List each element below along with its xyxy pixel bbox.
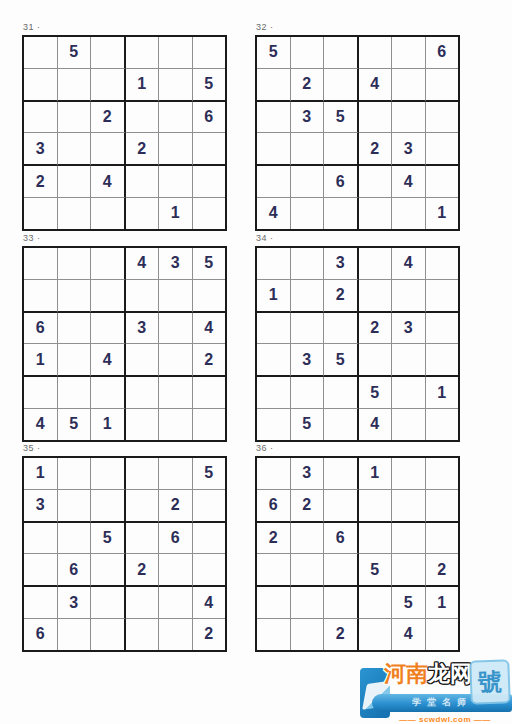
sudoku-cell-given[interactable]: 5: [392, 587, 426, 619]
sudoku-cell-empty[interactable]: [291, 166, 325, 198]
sudoku-cell-given[interactable]: 5: [324, 344, 359, 377]
sudoku-cell-given[interactable]: 3: [324, 248, 359, 280]
sudoku-cell-empty[interactable]: [193, 554, 226, 587]
sudoku-cell-empty[interactable]: [24, 280, 58, 313]
sudoku-cell-given[interactable]: 1: [426, 198, 459, 229]
sudoku-cell-empty[interactable]: [159, 166, 193, 198]
sudoku-cell-given[interactable]: 5: [324, 102, 359, 134]
sudoku-cell-empty[interactable]: [159, 587, 193, 619]
sudoku-cell-empty[interactable]: [426, 280, 459, 313]
sudoku-cell-empty[interactable]: [159, 133, 193, 166]
sudoku-cell-empty[interactable]: [91, 313, 126, 345]
sudoku-cell-empty[interactable]: [91, 69, 126, 102]
sudoku-cell-empty[interactable]: [24, 554, 58, 587]
watermark: 学堂名师 河南龙网 號 —— scwdwl.com ——: [360, 656, 512, 724]
sudoku-cell-empty[interactable]: [257, 587, 291, 619]
sudoku-cell-empty[interactable]: [126, 37, 160, 69]
sudoku-cell-empty[interactable]: [426, 409, 459, 440]
puzzle-36: 36 · 316226525124: [255, 442, 460, 652]
sudoku-cell-empty[interactable]: [193, 166, 226, 198]
sudoku-cell-given[interactable]: 3: [291, 458, 325, 490]
puzzle-label: 35 ·: [23, 442, 227, 454]
sudoku-cell-empty[interactable]: [193, 198, 226, 229]
sudoku-cell-given[interactable]: 2: [193, 619, 226, 650]
puzzle-label: 33 ·: [23, 232, 227, 244]
sudoku-cell-empty[interactable]: [257, 166, 291, 198]
sudoku-cell-empty[interactable]: [291, 377, 325, 409]
sudoku-cell-given[interactable]: 2: [324, 280, 359, 313]
sudoku-cell-empty[interactable]: [291, 37, 325, 69]
puzzle-34: 34 · 341223355154: [255, 232, 460, 442]
sudoku-cell-empty[interactable]: [91, 133, 126, 166]
sudoku-cell-empty[interactable]: [193, 37, 226, 69]
sudoku-cell-empty[interactable]: [126, 377, 160, 409]
sudoku-cell-empty[interactable]: [392, 102, 426, 134]
sudoku-cell-empty[interactable]: [24, 377, 58, 409]
sudoku-cell-empty[interactable]: [392, 377, 426, 409]
sudoku-cell-empty[interactable]: [426, 69, 459, 102]
sudoku-cell-empty[interactable]: [359, 280, 393, 313]
sudoku-cell-empty[interactable]: [257, 619, 291, 650]
puzzle-32: 32 · 562435236441: [255, 21, 460, 231]
sudoku-cell-empty[interactable]: [24, 37, 58, 69]
sudoku-cell-given[interactable]: 5: [193, 248, 226, 280]
sudoku-cell-empty[interactable]: [324, 313, 359, 345]
sudoku-cell-empty[interactable]: [324, 458, 359, 490]
sudoku-cell-empty[interactable]: [324, 69, 359, 102]
sudoku-cell-empty[interactable]: [91, 198, 126, 229]
sudoku-cell-given[interactable]: 6: [24, 313, 58, 345]
sudoku-cell-given[interactable]: 2: [193, 344, 226, 377]
sudoku-cell-empty[interactable]: [126, 344, 160, 377]
watermark-tagline: 学堂名师: [412, 696, 472, 709]
sudoku-cell-given[interactable]: 1: [159, 198, 193, 229]
sudoku-cell-given[interactable]: 4: [392, 166, 426, 198]
sudoku-cell-given[interactable]: 2: [24, 166, 58, 198]
watermark-site-name: 河南龙网: [384, 661, 472, 687]
sudoku-cell-empty[interactable]: [58, 166, 92, 198]
sudoku-cell-given[interactable]: 2: [257, 523, 291, 555]
sudoku-cell-given[interactable]: 2: [291, 69, 325, 102]
sudoku-cell-given[interactable]: 2: [126, 133, 160, 166]
sudoku-cell-empty[interactable]: [24, 198, 58, 229]
sudoku-cell-given[interactable]: 6: [426, 37, 459, 69]
sudoku-cell-empty[interactable]: [193, 280, 226, 313]
sudoku-cell-empty[interactable]: [58, 280, 92, 313]
sudoku-grid-33: 435634142451: [22, 246, 227, 442]
sudoku-cell-empty[interactable]: [58, 523, 92, 555]
sudoku-cell-empty[interactable]: [24, 587, 58, 619]
sudoku-grid-34: 341223355154: [255, 246, 460, 442]
sudoku-cell-given[interactable]: 2: [324, 619, 359, 650]
sudoku-cell-empty[interactable]: [126, 409, 160, 440]
sudoku-cell-empty[interactable]: [159, 37, 193, 69]
sudoku-cell-empty[interactable]: [58, 248, 92, 280]
sudoku-cell-empty[interactable]: [24, 102, 58, 134]
sudoku-cell-given[interactable]: 4: [126, 248, 160, 280]
sudoku-cell-empty[interactable]: [159, 313, 193, 345]
sudoku-cell-empty[interactable]: [126, 102, 160, 134]
watermark-site-name-part1: 河南: [384, 661, 428, 686]
sudoku-cell-empty[interactable]: [126, 280, 160, 313]
sudoku-cell-given[interactable]: 3: [291, 344, 325, 377]
sudoku-cell-empty[interactable]: [257, 133, 291, 166]
sudoku-cell-given[interactable]: 2: [359, 313, 393, 345]
sudoku-cell-given[interactable]: 6: [58, 554, 92, 587]
sudoku-cell-empty[interactable]: [291, 248, 325, 280]
sudoku-cell-empty[interactable]: [359, 198, 393, 229]
sudoku-cell-empty[interactable]: [159, 409, 193, 440]
sudoku-cell-given[interactable]: 4: [24, 409, 58, 440]
puzzle-label: 34 ·: [256, 232, 460, 244]
sudoku-cell-empty[interactable]: [324, 587, 359, 619]
watermark-seal-icon: 號: [469, 659, 511, 704]
sudoku-cell-empty[interactable]: [58, 490, 92, 523]
sudoku-cell-given[interactable]: 1: [126, 69, 160, 102]
sudoku-cell-empty[interactable]: [91, 280, 126, 313]
sudoku-cell-given[interactable]: 6: [324, 523, 359, 555]
sudoku-cell-empty[interactable]: [359, 248, 393, 280]
sudoku-cell-empty[interactable]: [359, 619, 393, 650]
puzzle-33: 33 · 435634142451: [22, 232, 227, 442]
sudoku-cell-given[interactable]: 2: [91, 102, 126, 134]
sudoku-cell-empty[interactable]: [257, 409, 291, 440]
sudoku-cell-given[interactable]: 4: [257, 198, 291, 229]
sudoku-cell-empty[interactable]: [91, 587, 126, 619]
sudoku-cell-given[interactable]: 5: [193, 458, 226, 490]
sudoku-cell-given[interactable]: 5: [58, 37, 92, 69]
sudoku-cell-empty[interactable]: [91, 554, 126, 587]
sudoku-cell-empty[interactable]: [392, 523, 426, 555]
sudoku-cell-empty[interactable]: [426, 133, 459, 166]
sudoku-grid-31: 5152632241: [22, 35, 227, 231]
sudoku-cell-empty[interactable]: [257, 377, 291, 409]
sudoku-cell-given[interactable]: 5: [359, 554, 393, 587]
sudoku-cell-given[interactable]: 5: [291, 409, 325, 440]
sudoku-cell-empty[interactable]: [159, 619, 193, 650]
sudoku-cell-empty[interactable]: [392, 458, 426, 490]
puzzle-35: 35 · 153256623462: [22, 442, 227, 652]
sudoku-cell-given[interactable]: 3: [392, 313, 426, 345]
sudoku-cell-empty[interactable]: [159, 280, 193, 313]
sudoku-cell-given[interactable]: 5: [359, 377, 393, 409]
sudoku-cell-empty[interactable]: [324, 377, 359, 409]
sudoku-cell-empty[interactable]: [24, 69, 58, 102]
watermark-site-name-part2: 龙网: [428, 661, 472, 686]
sudoku-cell-empty[interactable]: [257, 102, 291, 134]
sudoku-cell-empty[interactable]: [392, 280, 426, 313]
sudoku-cell-given[interactable]: 6: [24, 619, 58, 650]
sudoku-cell-given[interactable]: 4: [392, 619, 426, 650]
sudoku-cell-empty[interactable]: [359, 344, 393, 377]
sudoku-grid-36: 316226525124: [255, 456, 460, 652]
sudoku-cell-empty[interactable]: [426, 619, 459, 650]
sudoku-cell-empty[interactable]: [159, 458, 193, 490]
sudoku-cell-empty[interactable]: [58, 69, 92, 102]
sudoku-cell-given[interactable]: 1: [257, 280, 291, 313]
sudoku-cell-empty[interactable]: [91, 458, 126, 490]
sudoku-cell-given[interactable]: 6: [193, 102, 226, 134]
sudoku-cell-empty[interactable]: [126, 523, 160, 555]
sudoku-cell-empty[interactable]: [126, 587, 160, 619]
sudoku-cell-empty[interactable]: [159, 69, 193, 102]
sudoku-cell-empty[interactable]: [359, 587, 393, 619]
sudoku-cell-empty[interactable]: [58, 102, 92, 134]
sudoku-cell-given[interactable]: 3: [58, 587, 92, 619]
sudoku-cell-empty[interactable]: [58, 133, 92, 166]
sudoku-cell-given[interactable]: 6: [257, 490, 291, 523]
sudoku-cell-empty[interactable]: [291, 133, 325, 166]
sudoku-cell-empty[interactable]: [324, 133, 359, 166]
sudoku-cell-empty[interactable]: [291, 523, 325, 555]
sudoku-cell-empty[interactable]: [291, 313, 325, 345]
sudoku-cell-empty[interactable]: [426, 458, 459, 490]
sudoku-cell-empty[interactable]: [58, 458, 92, 490]
sudoku-cell-given[interactable]: 5: [91, 523, 126, 555]
sudoku-cell-given[interactable]: 4: [193, 313, 226, 345]
sudoku-cell-given[interactable]: 1: [24, 458, 58, 490]
sudoku-cell-empty[interactable]: [91, 490, 126, 523]
sudoku-cell-empty[interactable]: [426, 523, 459, 555]
sudoku-cell-given[interactable]: 1: [426, 587, 459, 619]
sudoku-cell-empty[interactable]: [359, 490, 393, 523]
sudoku-cell-empty[interactable]: [324, 409, 359, 440]
sudoku-cell-empty[interactable]: [359, 37, 393, 69]
sudoku-cell-given[interactable]: 4: [193, 587, 226, 619]
sudoku-cell-empty[interactable]: [126, 490, 160, 523]
sudoku-grid-35: 153256623462: [22, 456, 227, 652]
sudoku-cell-given[interactable]: 2: [159, 490, 193, 523]
sudoku-cell-empty[interactable]: [24, 248, 58, 280]
sudoku-cell-empty[interactable]: [324, 554, 359, 587]
sudoku-cell-given[interactable]: 1: [24, 344, 58, 377]
sudoku-cell-empty[interactable]: [193, 133, 226, 166]
sudoku-cell-empty[interactable]: [426, 248, 459, 280]
sudoku-cell-given[interactable]: 3: [392, 133, 426, 166]
sudoku-cell-empty[interactable]: [91, 248, 126, 280]
sudoku-cell-given[interactable]: 6: [159, 523, 193, 555]
sudoku-cell-empty[interactable]: [193, 409, 226, 440]
sudoku-cell-given[interactable]: 3: [24, 490, 58, 523]
sudoku-cell-empty[interactable]: [257, 554, 291, 587]
sudoku-cell-empty[interactable]: [126, 619, 160, 650]
puzzle-label: 36 ·: [256, 442, 460, 454]
puzzle-label: 31 ·: [23, 21, 227, 33]
sudoku-cell-given[interactable]: 2: [359, 133, 393, 166]
puzzle-31: 31 · 5152632241: [22, 21, 227, 231]
sudoku-cell-empty[interactable]: [58, 344, 92, 377]
sudoku-cell-given[interactable]: 3: [126, 313, 160, 345]
sudoku-cell-empty[interactable]: [426, 490, 459, 523]
sudoku-cell-empty[interactable]: [257, 344, 291, 377]
sudoku-cell-given[interactable]: 4: [359, 409, 393, 440]
sudoku-cell-empty[interactable]: [58, 198, 92, 229]
sudoku-cell-empty[interactable]: [291, 280, 325, 313]
sudoku-cell-empty[interactable]: [426, 344, 459, 377]
puzzle-label: 32 ·: [256, 21, 460, 33]
sudoku-cell-given[interactable]: 5: [193, 69, 226, 102]
sudoku-cell-empty[interactable]: [193, 490, 226, 523]
sudoku-cell-empty[interactable]: [392, 37, 426, 69]
sudoku-cell-empty[interactable]: [126, 458, 160, 490]
sudoku-cell-empty[interactable]: [359, 102, 393, 134]
sudoku-cell-given[interactable]: 2: [426, 554, 459, 587]
sudoku-cell-empty[interactable]: [426, 313, 459, 345]
sudoku-cell-given[interactable]: 4: [359, 69, 393, 102]
sudoku-cell-empty[interactable]: [257, 313, 291, 345]
sudoku-cell-empty[interactable]: [392, 344, 426, 377]
sudoku-cell-empty[interactable]: [193, 523, 226, 555]
sudoku-cell-empty[interactable]: [58, 377, 92, 409]
sudoku-cell-empty[interactable]: [392, 554, 426, 587]
sudoku-cell-given[interactable]: 2: [291, 490, 325, 523]
sudoku-cell-empty[interactable]: [291, 587, 325, 619]
sudoku-cell-given[interactable]: 1: [91, 409, 126, 440]
sudoku-cell-empty[interactable]: [91, 619, 126, 650]
sudoku-grid-32: 562435236441: [255, 35, 460, 231]
sudoku-cell-empty[interactable]: [159, 554, 193, 587]
sudoku-cell-given[interactable]: 3: [24, 133, 58, 166]
sudoku-cell-empty[interactable]: [359, 166, 393, 198]
sudoku-cell-empty[interactable]: [126, 198, 160, 229]
sudoku-cell-empty[interactable]: [257, 69, 291, 102]
sudoku-cell-empty[interactable]: [392, 69, 426, 102]
sudoku-cell-given[interactable]: 4: [392, 248, 426, 280]
sudoku-cell-given[interactable]: 2: [126, 554, 160, 587]
sudoku-cell-empty[interactable]: [159, 377, 193, 409]
watermark-domain: —— scwdwl.com ——: [378, 715, 512, 724]
sudoku-cell-empty[interactable]: [257, 458, 291, 490]
sudoku-cell-empty[interactable]: [426, 166, 459, 198]
sudoku-cell-empty[interactable]: [359, 523, 393, 555]
sudoku-cell-empty[interactable]: [324, 490, 359, 523]
sudoku-cell-empty[interactable]: [126, 166, 160, 198]
sudoku-cell-empty[interactable]: [324, 37, 359, 69]
sudoku-cell-empty[interactable]: [392, 198, 426, 229]
sudoku-cell-empty[interactable]: [91, 37, 126, 69]
sudoku-cell-empty[interactable]: [426, 102, 459, 134]
sudoku-cell-empty[interactable]: [159, 344, 193, 377]
sudoku-cell-empty[interactable]: [291, 198, 325, 229]
sudoku-cell-empty[interactable]: [291, 554, 325, 587]
sudoku-cell-empty[interactable]: [392, 409, 426, 440]
sudoku-cell-given[interactable]: 4: [91, 166, 126, 198]
sudoku-cell-given[interactable]: 6: [324, 166, 359, 198]
sudoku-cell-empty[interactable]: [159, 102, 193, 134]
sudoku-cell-given[interactable]: 5: [58, 409, 92, 440]
sudoku-cell-empty[interactable]: [58, 313, 92, 345]
sudoku-cell-empty[interactable]: [392, 490, 426, 523]
sudoku-cell-empty[interactable]: [324, 198, 359, 229]
sudoku-cell-empty[interactable]: [58, 619, 92, 650]
sudoku-cell-given[interactable]: 4: [91, 344, 126, 377]
sudoku-cell-given[interactable]: 3: [159, 248, 193, 280]
sudoku-cell-given[interactable]: 5: [257, 37, 291, 69]
sudoku-cell-given[interactable]: 1: [426, 377, 459, 409]
sudoku-cell-given[interactable]: 1: [359, 458, 393, 490]
sudoku-cell-given[interactable]: 3: [291, 102, 325, 134]
sudoku-cell-empty[interactable]: [257, 248, 291, 280]
sudoku-cell-empty[interactable]: [91, 377, 126, 409]
sudoku-cell-empty[interactable]: [291, 619, 325, 650]
sudoku-cell-empty[interactable]: [24, 523, 58, 555]
sudoku-cell-empty[interactable]: [193, 377, 226, 409]
